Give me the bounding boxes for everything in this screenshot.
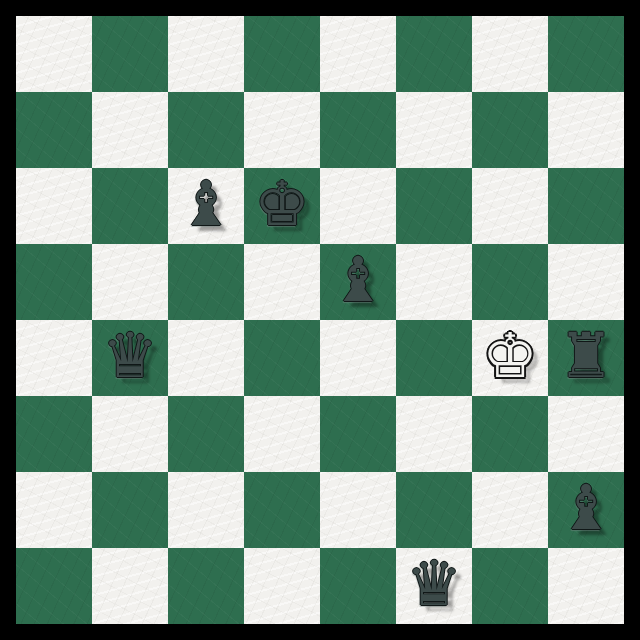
square-b6[interactable] bbox=[92, 168, 168, 244]
piece-black-king[interactable]: ♚ bbox=[254, 173, 310, 235]
square-c1[interactable] bbox=[168, 548, 244, 624]
square-d3[interactable] bbox=[244, 396, 320, 472]
square-d8[interactable] bbox=[244, 16, 320, 92]
piece-white-king[interactable]: ♚ bbox=[482, 325, 538, 387]
square-b8[interactable] bbox=[92, 16, 168, 92]
square-h8[interactable] bbox=[548, 16, 624, 92]
square-a4[interactable] bbox=[16, 320, 92, 396]
piece-black-bishop[interactable]: ♝ bbox=[178, 173, 234, 235]
square-g1[interactable] bbox=[472, 548, 548, 624]
square-a6[interactable] bbox=[16, 168, 92, 244]
square-c6[interactable]: ♝ bbox=[168, 168, 244, 244]
square-g8[interactable] bbox=[472, 16, 548, 92]
square-g2[interactable] bbox=[472, 472, 548, 548]
square-a1[interactable] bbox=[16, 548, 92, 624]
square-f3[interactable] bbox=[396, 396, 472, 472]
square-c5[interactable] bbox=[168, 244, 244, 320]
piece-black-bishop[interactable]: ♝ bbox=[558, 477, 614, 539]
chess-board-frame: ♝♚♝♛♚♜♝♛ bbox=[0, 0, 640, 640]
square-c2[interactable] bbox=[168, 472, 244, 548]
square-g7[interactable] bbox=[472, 92, 548, 168]
square-h1[interactable] bbox=[548, 548, 624, 624]
square-b5[interactable] bbox=[92, 244, 168, 320]
square-f4[interactable] bbox=[396, 320, 472, 396]
square-h5[interactable] bbox=[548, 244, 624, 320]
square-e3[interactable] bbox=[320, 396, 396, 472]
square-c4[interactable] bbox=[168, 320, 244, 396]
square-d7[interactable] bbox=[244, 92, 320, 168]
square-d1[interactable] bbox=[244, 548, 320, 624]
square-c7[interactable] bbox=[168, 92, 244, 168]
square-b4[interactable]: ♛ bbox=[92, 320, 168, 396]
square-c8[interactable] bbox=[168, 16, 244, 92]
square-g5[interactable] bbox=[472, 244, 548, 320]
square-e5[interactable]: ♝ bbox=[320, 244, 396, 320]
square-a7[interactable] bbox=[16, 92, 92, 168]
square-g6[interactable] bbox=[472, 168, 548, 244]
square-f8[interactable] bbox=[396, 16, 472, 92]
square-f2[interactable] bbox=[396, 472, 472, 548]
square-f1[interactable]: ♛ bbox=[396, 548, 472, 624]
square-d2[interactable] bbox=[244, 472, 320, 548]
square-h7[interactable] bbox=[548, 92, 624, 168]
square-h6[interactable] bbox=[548, 168, 624, 244]
square-e7[interactable] bbox=[320, 92, 396, 168]
square-e4[interactable] bbox=[320, 320, 396, 396]
square-h2[interactable]: ♝ bbox=[548, 472, 624, 548]
square-f6[interactable] bbox=[396, 168, 472, 244]
square-d4[interactable] bbox=[244, 320, 320, 396]
square-a2[interactable] bbox=[16, 472, 92, 548]
chess-board: ♝♚♝♛♚♜♝♛ bbox=[16, 16, 624, 624]
square-h4[interactable]: ♜ bbox=[548, 320, 624, 396]
piece-black-queen[interactable]: ♛ bbox=[102, 325, 158, 387]
square-a5[interactable] bbox=[16, 244, 92, 320]
square-h3[interactable] bbox=[548, 396, 624, 472]
square-a8[interactable] bbox=[16, 16, 92, 92]
piece-black-queen[interactable]: ♛ bbox=[406, 553, 462, 615]
square-d5[interactable] bbox=[244, 244, 320, 320]
piece-black-bishop[interactable]: ♝ bbox=[330, 249, 386, 311]
square-b7[interactable] bbox=[92, 92, 168, 168]
square-c3[interactable] bbox=[168, 396, 244, 472]
piece-black-rook[interactable]: ♜ bbox=[558, 325, 614, 387]
square-e8[interactable] bbox=[320, 16, 396, 92]
square-b3[interactable] bbox=[92, 396, 168, 472]
square-b2[interactable] bbox=[92, 472, 168, 548]
square-e1[interactable] bbox=[320, 548, 396, 624]
square-d6[interactable]: ♚ bbox=[244, 168, 320, 244]
square-a3[interactable] bbox=[16, 396, 92, 472]
square-g3[interactable] bbox=[472, 396, 548, 472]
square-g4[interactable]: ♚ bbox=[472, 320, 548, 396]
square-b1[interactable] bbox=[92, 548, 168, 624]
square-e2[interactable] bbox=[320, 472, 396, 548]
square-f5[interactable] bbox=[396, 244, 472, 320]
square-f7[interactable] bbox=[396, 92, 472, 168]
square-e6[interactable] bbox=[320, 168, 396, 244]
